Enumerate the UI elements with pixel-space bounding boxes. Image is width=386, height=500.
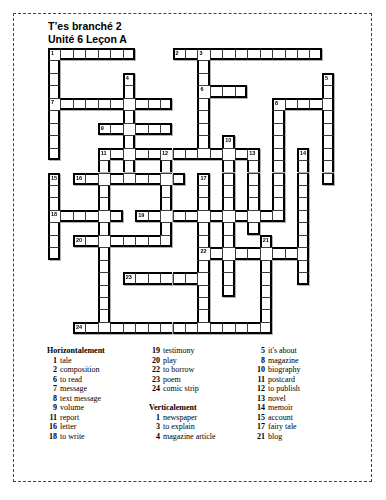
grid-cell	[322, 160, 334, 172]
grid-cell	[98, 210, 110, 222]
grid-cell: 8	[272, 98, 284, 110]
grid-cell	[173, 173, 185, 185]
grid-cell	[197, 185, 209, 197]
grid-cell	[135, 148, 147, 160]
clue-item-number: 14	[249, 403, 268, 413]
grid-cell	[222, 285, 234, 297]
clue-item-number: 21	[249, 432, 268, 442]
grid-cell	[60, 210, 72, 222]
grid-cell	[98, 285, 110, 297]
grid-cell	[272, 197, 284, 209]
grid-cell	[48, 60, 60, 72]
grid-cell	[285, 98, 297, 110]
grid-cell	[123, 173, 135, 185]
grid-cell	[48, 123, 60, 135]
grid-cell	[85, 48, 97, 60]
grid-cell	[260, 297, 272, 309]
grid-cell	[48, 235, 60, 247]
grid-cell	[272, 173, 284, 185]
clue-item-number: 1	[146, 413, 163, 423]
grid-cell	[322, 110, 334, 122]
grid-cell	[48, 197, 60, 209]
clue-item-number: 8	[44, 394, 60, 404]
grid-cell	[322, 173, 334, 185]
grid-cell	[197, 197, 209, 209]
clue-item-number: 11	[249, 375, 268, 385]
clue-item: 1tale	[44, 356, 105, 366]
clue-item-number: 16	[44, 422, 60, 432]
grid-cell	[260, 210, 272, 222]
clue-number: 17	[200, 175, 206, 181]
grid-cell	[48, 247, 60, 259]
grid-cell	[260, 272, 272, 284]
grid-cell	[123, 85, 135, 97]
grid-cell	[123, 48, 135, 60]
grid-cell	[98, 222, 110, 234]
grid-cell	[123, 98, 135, 110]
grid-cell	[197, 272, 209, 284]
grid-cell	[272, 247, 284, 259]
clue-spacer	[146, 394, 216, 404]
grid-cell	[247, 160, 259, 172]
clue-item: 15account	[249, 413, 300, 423]
grid-cell: 14	[297, 148, 309, 160]
grid-cell	[110, 322, 122, 334]
grid-cell	[123, 160, 135, 172]
grid-cell	[309, 48, 321, 60]
grid-cell	[85, 173, 97, 185]
grid-cell	[322, 148, 334, 160]
grid-cell	[110, 173, 122, 185]
grid-cell	[210, 322, 222, 334]
title-line-1: T’es branché 2	[48, 20, 127, 33]
grid-cell	[260, 247, 272, 259]
grid-cell: 1	[48, 48, 60, 60]
grid-cell	[123, 148, 135, 160]
grid-cell	[160, 322, 172, 334]
grid-cell	[322, 123, 334, 135]
grid-cell	[197, 285, 209, 297]
grid-cell: 23	[123, 272, 135, 284]
grid-cell	[197, 60, 209, 72]
grid-cell: 16	[73, 173, 85, 185]
grid-cell	[210, 48, 222, 60]
grid-cell	[123, 123, 135, 135]
grid-cell	[297, 210, 309, 222]
grid-cell	[123, 110, 135, 122]
clue-number: 10	[225, 137, 231, 143]
grid-cell: 7	[48, 98, 60, 110]
clue-item-text: testimony	[163, 346, 195, 356]
clue-item: 14memoir	[249, 403, 300, 413]
clue-number: 13	[249, 150, 255, 156]
grid-cell	[173, 322, 185, 334]
grid-cell	[235, 247, 247, 259]
grid-cell	[135, 322, 147, 334]
grid-cell	[98, 247, 110, 259]
clue-item: 7message	[44, 384, 105, 394]
clue-item-text: to read	[60, 375, 82, 385]
grid-cell	[222, 48, 234, 60]
grid-cell	[197, 73, 209, 85]
grid-cell: 2	[173, 48, 185, 60]
clue-item: 17fairy tale	[249, 422, 300, 432]
grid-cell: 3	[197, 48, 209, 60]
grid-cell	[98, 297, 110, 309]
clue-item-text: magazine article	[163, 432, 216, 442]
crossword-grid: 123456789101112131415161718192021222324	[48, 48, 335, 335]
grid-cell	[73, 98, 85, 110]
grid-cell	[160, 235, 172, 247]
grid-cell	[222, 322, 234, 334]
grid-cell	[272, 148, 284, 160]
grid-cell: 15	[48, 173, 60, 185]
grid-cell	[222, 197, 234, 209]
clue-number: 3	[199, 50, 202, 56]
clue-number: 16	[76, 175, 82, 181]
clue-number: 21	[263, 237, 269, 243]
grid-cell	[98, 309, 110, 321]
clue-item-text: magazine	[268, 356, 299, 366]
clue-number: 14	[300, 150, 306, 156]
clue-item-text: account	[268, 413, 293, 423]
clue-item-number: 5	[249, 346, 268, 356]
clue-item-text: memoir	[268, 403, 293, 413]
grid-cell	[123, 322, 135, 334]
clue-item-number: 4	[146, 432, 163, 442]
grid-cell	[197, 135, 209, 147]
clue-item: 9volume	[44, 403, 105, 413]
clue-item-number: 3	[146, 422, 163, 432]
grid-cell	[260, 322, 272, 334]
grid-cell	[247, 185, 259, 197]
grid-cell: 22	[197, 247, 209, 259]
clue-item-number: 9	[44, 403, 60, 413]
clue-column-across: Horizontalement1tale2composition6to read…	[44, 346, 105, 441]
grid-cell: 10	[222, 135, 234, 147]
clue-number: 12	[162, 150, 168, 156]
grid-cell	[185, 322, 197, 334]
grid-cell	[297, 185, 309, 197]
grid-cell	[222, 272, 234, 284]
grid-cell	[197, 309, 209, 321]
clue-number: 22	[200, 248, 206, 254]
clue-number: 8	[275, 100, 278, 106]
grid-cell	[297, 98, 309, 110]
grid-cell	[48, 73, 60, 85]
clue-item-number: 18	[44, 432, 60, 442]
grid-cell: 9	[98, 123, 110, 135]
grid-cell	[148, 123, 160, 135]
grid-cell	[110, 123, 122, 135]
clue-item-text: to publish	[268, 384, 300, 394]
worksheet-page: T’es branché 2 Unité 6 Leçon A 123456789…	[0, 0, 386, 500]
grid-cell	[110, 148, 122, 160]
grid-cell	[110, 210, 122, 222]
clue-item-number: 24	[146, 384, 163, 394]
grid-cell	[297, 48, 309, 60]
clue-item-text: play	[163, 356, 177, 366]
grid-cell	[222, 85, 234, 97]
grid-cell	[73, 48, 85, 60]
grid-cell: 5	[322, 73, 334, 85]
clue-item: 18to write	[44, 432, 105, 442]
grid-cell	[60, 48, 72, 60]
clue-item-text: biography	[268, 365, 300, 375]
grid-cell: 20	[73, 235, 85, 247]
grid-cell	[247, 247, 259, 259]
grid-cell	[173, 148, 185, 160]
grid-cell	[260, 48, 272, 60]
clue-item: 20play	[146, 356, 216, 366]
grid-cell	[222, 247, 234, 259]
grid-cell	[98, 322, 110, 334]
grid-cell	[260, 285, 272, 297]
clue-item: 8magazine	[249, 356, 300, 366]
clue-item-number: 17	[249, 422, 268, 432]
grid-cell	[272, 110, 284, 122]
clue-item-text: report	[60, 413, 79, 423]
grid-cell	[60, 98, 72, 110]
grid-cell	[297, 173, 309, 185]
grid-cell: 13	[247, 148, 259, 160]
grid-cell	[135, 123, 147, 135]
clue-item-number: 11	[44, 413, 60, 423]
clue-item: 16letter	[44, 422, 105, 432]
grid-cell	[173, 210, 185, 222]
grid-cell: 17	[197, 173, 209, 185]
clue-item-text: newspaper	[163, 413, 197, 423]
grid-cell	[48, 135, 60, 147]
grid-cell	[123, 135, 135, 147]
clue-item-text: letter	[60, 422, 76, 432]
grid-cell	[173, 272, 185, 284]
grid-cell	[235, 210, 247, 222]
grid-cell	[85, 235, 97, 247]
clue-item: 12to publish	[249, 384, 300, 394]
grid-cell	[85, 210, 97, 222]
grid-cell	[222, 260, 234, 272]
grid-cell	[297, 260, 309, 272]
clue-item-text: message	[60, 384, 87, 394]
grid-cell	[123, 235, 135, 247]
grid-cell	[160, 160, 172, 172]
clue-item: 24comic strip	[146, 384, 216, 394]
grid-cell	[148, 210, 160, 222]
grid-cell	[247, 322, 259, 334]
grid-cell	[222, 222, 234, 234]
worksheet-title: T’es branché 2 Unité 6 Leçon A	[48, 20, 127, 46]
clue-number: 7	[51, 99, 54, 105]
grid-cell	[160, 98, 172, 110]
clue-number: 1	[51, 50, 54, 56]
clue-header-label: Verticalement	[149, 403, 197, 413]
clue-item-number: 10	[249, 365, 268, 375]
grid-cell	[260, 309, 272, 321]
clue-item-text: composition	[60, 365, 100, 375]
grid-cell	[222, 210, 234, 222]
clue-item: 21blog	[249, 432, 300, 442]
grid-cell	[98, 260, 110, 272]
clue-number: 11	[101, 150, 107, 156]
grid-cell	[247, 222, 259, 234]
grid-cell	[160, 123, 172, 135]
clue-item: 19testimony	[146, 346, 216, 356]
grid-cell	[135, 173, 147, 185]
clue-item: 2composition	[44, 365, 105, 375]
grid-cell	[222, 148, 234, 160]
clue-item: 23poem	[146, 375, 216, 385]
grid-cell	[135, 235, 147, 247]
clue-header-label: Horizontalement	[47, 346, 105, 356]
grid-cell	[148, 173, 160, 185]
grid-cell	[272, 210, 284, 222]
clue-item-number: 8	[249, 356, 268, 366]
title-line-2: Unité 6 Leçon A	[48, 33, 127, 46]
grid-cell	[148, 235, 160, 247]
clue-number: 2	[176, 50, 179, 56]
clue-item-number: 7	[44, 384, 60, 394]
clue-item-number: 1	[44, 356, 60, 366]
grid-cell	[272, 48, 284, 60]
clue-number: 9	[101, 125, 104, 131]
grid-cell: 21	[260, 235, 272, 247]
grid-cell	[185, 272, 197, 284]
clue-item: 8text message	[44, 394, 105, 404]
clue-item: 4magazine article	[146, 432, 216, 442]
grid-cell	[297, 247, 309, 259]
grid-cell	[197, 110, 209, 122]
clue-item: 6to read	[44, 375, 105, 385]
clue-list-header: Verticalement	[146, 403, 216, 413]
grid-cell	[48, 148, 60, 160]
clue-item-text: text message	[60, 394, 101, 404]
clue-list-header: Horizontalement	[44, 346, 105, 356]
grid-cell	[185, 148, 197, 160]
grid-cell	[160, 197, 172, 209]
grid-cell	[98, 173, 110, 185]
grid-cell	[247, 197, 259, 209]
grid-cell	[222, 160, 234, 172]
grid-cell	[197, 222, 209, 234]
grid-cell	[197, 123, 209, 135]
grid-cell	[160, 272, 172, 284]
grid-cell	[135, 98, 147, 110]
grid-cell	[222, 235, 234, 247]
grid-cell	[247, 48, 259, 60]
grid-cell	[197, 148, 209, 160]
grid-cell	[73, 210, 85, 222]
clue-item-number: 20	[146, 356, 163, 366]
grid-cell	[285, 247, 297, 259]
grid-cell	[197, 210, 209, 222]
grid-cell	[285, 48, 297, 60]
clue-item-number: 13	[249, 394, 268, 404]
clue-item-text: poem	[163, 375, 181, 385]
grid-cell	[235, 148, 247, 160]
clue-item-number: 15	[249, 413, 268, 423]
grid-cell: 6	[197, 85, 209, 97]
clue-item: 11report	[44, 413, 105, 423]
clue-number: 15	[51, 175, 57, 181]
grid-cell	[297, 272, 309, 284]
grid-cell	[148, 148, 160, 160]
grid-cell	[272, 160, 284, 172]
clue-number: 18	[51, 211, 57, 217]
grid-cell	[309, 98, 321, 110]
clue-item-text: comic strip	[163, 384, 199, 394]
grid-cell	[197, 235, 209, 247]
clue-number: 4	[126, 75, 129, 81]
clue-item-number: 2	[44, 365, 60, 375]
grid-cell	[85, 322, 97, 334]
grid-cell	[247, 210, 259, 222]
grid-cell	[322, 85, 334, 97]
clue-item: 11postcard	[249, 375, 300, 385]
clue-number: 5	[325, 75, 328, 81]
clue-item: 13novel	[249, 394, 300, 404]
clue-item-text: blog	[268, 432, 282, 442]
grid-cell	[98, 272, 110, 284]
grid-cell: 4	[123, 73, 135, 85]
grid-cell: 24	[73, 322, 85, 334]
grid-cell	[222, 173, 234, 185]
grid-cell	[297, 197, 309, 209]
grid-cell: 18	[48, 210, 60, 222]
grid-cell	[235, 48, 247, 60]
grid-cell	[222, 185, 234, 197]
grid-cell	[272, 135, 284, 147]
grid-cell	[98, 48, 110, 60]
grid-cell	[160, 210, 172, 222]
clue-item: 22to borrow	[146, 365, 216, 375]
grid-cell	[322, 98, 334, 110]
clue-item-text: it's about	[268, 346, 297, 356]
clue-item-number: 12	[249, 384, 268, 394]
clue-item-text: to borrow	[163, 365, 194, 375]
grid-cell	[148, 322, 160, 334]
grid-cell	[197, 297, 209, 309]
clue-column-down: 5it's about8magazine10biography11postcar…	[249, 346, 300, 441]
grid-cell	[98, 98, 110, 110]
grid-cell	[110, 98, 122, 110]
grid-cell: 11	[98, 148, 110, 160]
grid-cell	[210, 247, 222, 259]
grid-cell	[260, 260, 272, 272]
grid-cell	[185, 210, 197, 222]
clue-item-text: novel	[268, 394, 286, 404]
grid-cell	[148, 272, 160, 284]
grid-cell	[110, 48, 122, 60]
grid-cell	[160, 222, 172, 234]
grid-cell: 19	[135, 210, 147, 222]
clue-column-middle: 19testimony20play22to borrow23poem24comi…	[146, 346, 216, 441]
clue-item-text: to write	[60, 432, 85, 442]
clue-number: 24	[76, 324, 82, 330]
grid-cell	[48, 222, 60, 234]
clue-item: 3to explain	[146, 422, 216, 432]
grid-cell	[197, 98, 209, 110]
clue-item-text: fairy tale	[268, 422, 297, 432]
grid-cell	[235, 85, 247, 97]
grid-cell	[160, 185, 172, 197]
grid-cell	[297, 160, 309, 172]
clue-item: 10biography	[249, 365, 300, 375]
clue-item-text: tale	[60, 356, 72, 366]
clue-number: 23	[126, 274, 132, 280]
clue-item-number: 23	[146, 375, 163, 385]
grid-cell	[272, 185, 284, 197]
